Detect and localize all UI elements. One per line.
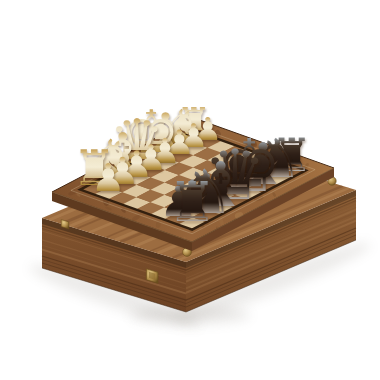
chess-set-product-photo: ♜♟♞♟♝♟♚♟♛♟♟♜♝♟♟♞♞♟♟♝♜♟♟♚♟♛♟♝♟♞♟♜ xyxy=(0,0,380,380)
walnut-case-and-board xyxy=(0,0,380,380)
